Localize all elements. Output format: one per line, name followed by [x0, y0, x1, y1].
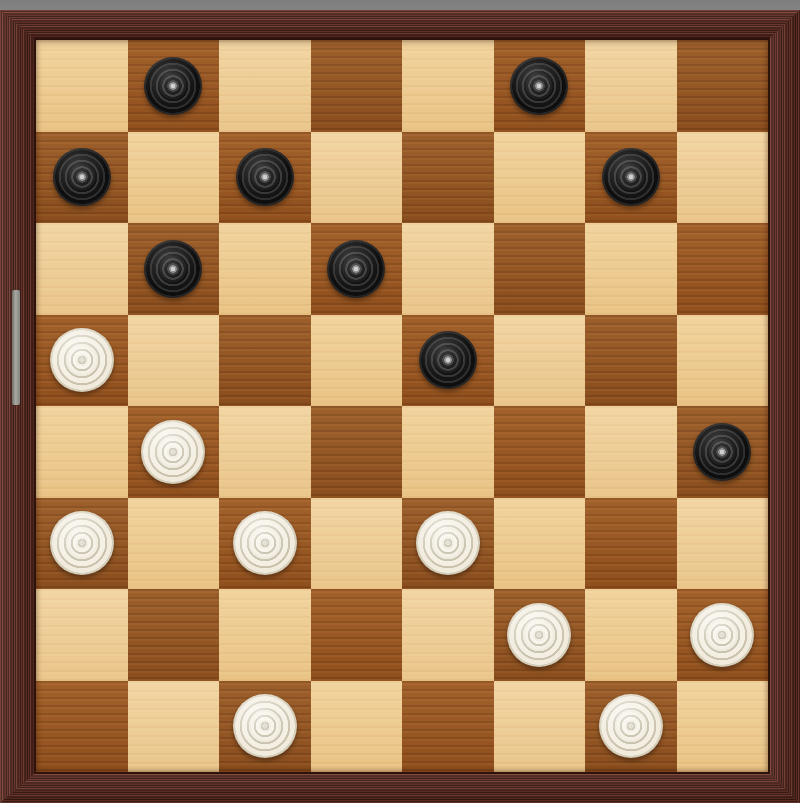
square-r4-c4 [402, 406, 494, 498]
square-r6-c0 [36, 589, 128, 681]
square-r2-c7[interactable] [677, 223, 769, 315]
square-r5-c2[interactable] [219, 498, 311, 590]
square-r6-c2 [219, 589, 311, 681]
square-r1-c6[interactable] [585, 132, 677, 224]
board-frame-right [768, 10, 800, 803]
square-r5-c6[interactable] [585, 498, 677, 590]
board-frame-left [0, 10, 36, 803]
black-man-piece[interactable] [419, 331, 477, 389]
square-r6-c6 [585, 589, 677, 681]
white-man-piece[interactable] [233, 694, 297, 758]
white-man-piece[interactable] [141, 420, 205, 484]
square-r3-c3 [311, 315, 403, 407]
square-r0-c7[interactable] [677, 40, 769, 132]
square-r7-c5 [494, 681, 586, 773]
square-r1-c0[interactable] [36, 132, 128, 224]
square-r7-c7 [677, 681, 769, 773]
square-r1-c2[interactable] [219, 132, 311, 224]
square-r0-c3[interactable] [311, 40, 403, 132]
square-r4-c7[interactable] [677, 406, 769, 498]
black-man-piece[interactable] [144, 57, 202, 115]
board-frame-bottom [0, 772, 800, 803]
square-r0-c1[interactable] [128, 40, 220, 132]
square-r6-c5[interactable] [494, 589, 586, 681]
square-r3-c0[interactable] [36, 315, 128, 407]
square-r3-c4[interactable] [402, 315, 494, 407]
white-man-piece[interactable] [50, 511, 114, 575]
square-r4-c0 [36, 406, 128, 498]
checkers-board[interactable] [36, 40, 768, 772]
square-r5-c3 [311, 498, 403, 590]
square-r2-c0 [36, 223, 128, 315]
square-r2-c4 [402, 223, 494, 315]
hinge-icon [12, 290, 20, 405]
square-r3-c2[interactable] [219, 315, 311, 407]
square-r2-c6 [585, 223, 677, 315]
square-r3-c5 [494, 315, 586, 407]
square-r0-c0 [36, 40, 128, 132]
square-r0-c5[interactable] [494, 40, 586, 132]
square-r2-c5[interactable] [494, 223, 586, 315]
square-r5-c5 [494, 498, 586, 590]
square-r7-c0[interactable] [36, 681, 128, 773]
square-r2-c3[interactable] [311, 223, 403, 315]
square-r1-c4[interactable] [402, 132, 494, 224]
square-r0-c6 [585, 40, 677, 132]
square-r5-c7 [677, 498, 769, 590]
white-man-piece[interactable] [416, 511, 480, 575]
square-r7-c4[interactable] [402, 681, 494, 773]
square-r2-c2 [219, 223, 311, 315]
white-man-piece[interactable] [507, 603, 571, 667]
square-r3-c1 [128, 315, 220, 407]
black-man-piece[interactable] [53, 148, 111, 206]
white-man-piece[interactable] [233, 511, 297, 575]
black-man-piece[interactable] [144, 240, 202, 298]
square-r1-c7 [677, 132, 769, 224]
square-r6-c7[interactable] [677, 589, 769, 681]
square-r4-c3[interactable] [311, 406, 403, 498]
square-r7-c1 [128, 681, 220, 773]
black-man-piece[interactable] [510, 57, 568, 115]
square-r5-c4[interactable] [402, 498, 494, 590]
square-r3-c6[interactable] [585, 315, 677, 407]
square-r6-c1[interactable] [128, 589, 220, 681]
square-r4-c1[interactable] [128, 406, 220, 498]
square-r6-c3[interactable] [311, 589, 403, 681]
square-r5-c0[interactable] [36, 498, 128, 590]
square-r4-c2 [219, 406, 311, 498]
square-r6-c4 [402, 589, 494, 681]
black-man-piece[interactable] [693, 423, 751, 481]
square-r1-c5 [494, 132, 586, 224]
square-r4-c6 [585, 406, 677, 498]
white-man-piece[interactable] [599, 694, 663, 758]
black-man-piece[interactable] [327, 240, 385, 298]
square-r7-c6[interactable] [585, 681, 677, 773]
board-frame-top [0, 10, 800, 40]
black-man-piece[interactable] [602, 148, 660, 206]
square-r7-c2[interactable] [219, 681, 311, 773]
square-r4-c5[interactable] [494, 406, 586, 498]
square-r7-c3 [311, 681, 403, 773]
square-r2-c1[interactable] [128, 223, 220, 315]
square-r1-c1 [128, 132, 220, 224]
square-r0-c4 [402, 40, 494, 132]
black-man-piece[interactable] [236, 148, 294, 206]
square-r5-c1 [128, 498, 220, 590]
white-man-piece[interactable] [50, 328, 114, 392]
square-r3-c7 [677, 315, 769, 407]
white-man-piece[interactable] [690, 603, 754, 667]
square-r0-c2 [219, 40, 311, 132]
square-r1-c3 [311, 132, 403, 224]
checkers-app [0, 0, 800, 803]
